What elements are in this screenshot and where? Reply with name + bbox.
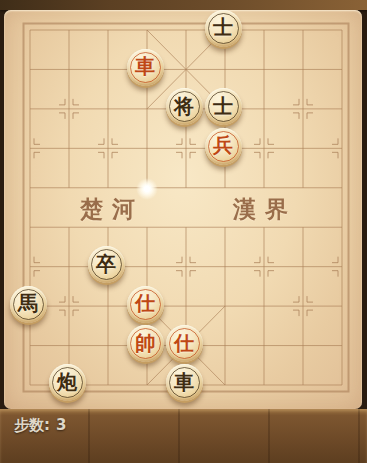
river-label-right: 漢界 xyxy=(233,195,297,223)
piece-red-帥[interactable]: 帥 xyxy=(127,325,164,362)
piece-black-炮[interactable]: 炮 xyxy=(49,364,86,401)
piece-black-士[interactable]: 士 xyxy=(205,88,242,125)
piece-glyph: 帥 xyxy=(135,333,155,353)
piece-glyph: 将 xyxy=(174,96,194,116)
piece-glyph: 士 xyxy=(213,17,233,37)
piece-black-士[interactable]: 士 xyxy=(205,10,242,47)
piece-glyph: 馬 xyxy=(18,293,38,313)
piece-red-仕[interactable]: 仕 xyxy=(166,325,203,362)
piece-glyph: 車 xyxy=(174,372,194,392)
piece-red-仕[interactable]: 仕 xyxy=(127,286,164,323)
game-screen: 楚河 漢界 士車将士兵卒馬仕帥仕炮車 步数: 3 xyxy=(0,0,367,463)
piece-black-卒[interactable]: 卒 xyxy=(88,246,125,283)
piece-black-馬[interactable]: 馬 xyxy=(10,286,47,323)
move-counter: 步数: 3 xyxy=(14,415,66,435)
piece-glyph: 卒 xyxy=(96,254,116,274)
sparkle-effect xyxy=(136,178,158,200)
river-label-left: 楚河 xyxy=(80,195,144,223)
piece-glyph: 仕 xyxy=(135,293,155,313)
move-count-value: 3 xyxy=(56,416,66,434)
piece-glyph: 仕 xyxy=(174,333,194,353)
piece-glyph: 車 xyxy=(135,56,155,76)
piece-glyph: 炮 xyxy=(57,372,77,392)
piece-red-兵[interactable]: 兵 xyxy=(205,128,242,165)
piece-glyph: 兵 xyxy=(213,135,233,155)
piece-black-車[interactable]: 車 xyxy=(166,364,203,401)
piece-red-車[interactable]: 車 xyxy=(127,49,164,86)
move-count-label: 步数: xyxy=(14,416,50,435)
top-wood-bar xyxy=(0,0,367,10)
piece-black-将[interactable]: 将 xyxy=(166,88,203,125)
piece-glyph: 士 xyxy=(213,96,233,116)
